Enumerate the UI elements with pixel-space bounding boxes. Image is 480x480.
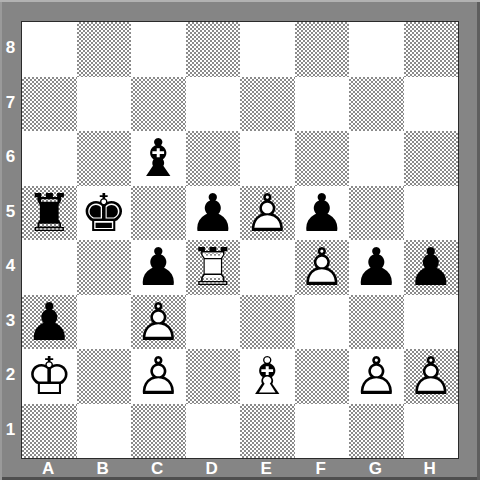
piece-outline: ♙ (404, 349, 459, 404)
square-b5[interactable]: ♚ (77, 186, 132, 241)
piece-black-rook[interactable]: ♜ (22, 186, 77, 241)
square-g3[interactable] (349, 295, 404, 350)
file-label-e: E (239, 458, 294, 479)
piece-outline: ♙ (131, 295, 186, 350)
piece-white-pawn[interactable]: ♟♙ (131, 349, 186, 404)
file-label-h: H (403, 458, 458, 479)
piece-white-pawn[interactable]: ♟♙ (131, 295, 186, 350)
square-g5[interactable] (349, 186, 404, 241)
square-a7[interactable] (22, 77, 77, 132)
square-e1[interactable] (240, 404, 295, 459)
file-label-g: G (348, 458, 403, 479)
square-c7[interactable] (131, 77, 186, 132)
square-h1[interactable] (404, 404, 459, 459)
square-d5[interactable]: ♟ (186, 186, 241, 241)
rank-label-2: 2 (0, 348, 21, 403)
piece-black-pawn[interactable]: ♟ (131, 240, 186, 295)
square-d7[interactable] (186, 77, 241, 132)
piece-white-rook[interactable]: ♜♖ (186, 240, 241, 295)
piece-glyph: ♝ (131, 131, 186, 186)
square-d6[interactable] (186, 131, 241, 186)
square-h5[interactable] (404, 186, 459, 241)
square-e2[interactable]: ♝♗ (240, 349, 295, 404)
square-a8[interactable] (22, 22, 77, 77)
piece-outline: ♙ (131, 349, 186, 404)
piece-black-bishop[interactable]: ♝ (131, 131, 186, 186)
square-c2[interactable]: ♟♙ (131, 349, 186, 404)
piece-glyph: ♟ (295, 186, 350, 241)
piece-glyph: ♚ (77, 186, 132, 241)
piece-white-pawn[interactable]: ♟♙ (295, 240, 350, 295)
file-label-c: C (130, 458, 185, 479)
square-d4[interactable]: ♜♖ (186, 240, 241, 295)
square-a2[interactable]: ♚♔ (22, 349, 77, 404)
piece-outline: ♙ (295, 240, 350, 295)
square-g7[interactable] (349, 77, 404, 132)
square-h2[interactable]: ♟♙ (404, 349, 459, 404)
piece-glyph: ♟ (349, 240, 404, 295)
square-b2[interactable] (77, 349, 132, 404)
piece-glyph: ♟ (22, 295, 77, 350)
square-b8[interactable] (77, 22, 132, 77)
square-a6[interactable] (22, 131, 77, 186)
piece-white-bishop[interactable]: ♝♗ (240, 349, 295, 404)
square-f2[interactable] (295, 349, 350, 404)
piece-white-pawn[interactable]: ♟♙ (240, 186, 295, 241)
board-frame: ♝♜♚♟♟♙♟♟♜♖♟♙♟♟♟♟♙♚♔♟♙♝♗♟♙♟♙ 87654321 ABC… (0, 0, 480, 480)
piece-white-pawn[interactable]: ♟♙ (349, 349, 404, 404)
piece-glyph: ♟ (131, 240, 186, 295)
piece-black-pawn[interactable]: ♟ (404, 240, 459, 295)
piece-black-pawn[interactable]: ♟ (22, 295, 77, 350)
square-g2[interactable]: ♟♙ (349, 349, 404, 404)
piece-glyph: ♜ (22, 186, 77, 241)
piece-glyph: ♟ (186, 186, 241, 241)
square-c3[interactable]: ♟♙ (131, 295, 186, 350)
piece-outline: ♙ (240, 186, 295, 241)
square-d1[interactable] (186, 404, 241, 459)
square-c1[interactable] (131, 404, 186, 459)
piece-glyph: ♟ (404, 240, 459, 295)
square-d2[interactable] (186, 349, 241, 404)
piece-black-pawn[interactable]: ♟ (349, 240, 404, 295)
square-f5[interactable]: ♟ (295, 186, 350, 241)
file-label-b: B (76, 458, 131, 479)
square-e7[interactable] (240, 77, 295, 132)
square-c6[interactable]: ♝ (131, 131, 186, 186)
piece-black-king[interactable]: ♚ (77, 186, 132, 241)
square-g6[interactable] (349, 131, 404, 186)
square-g1[interactable] (349, 404, 404, 459)
square-c4[interactable]: ♟ (131, 240, 186, 295)
piece-black-pawn[interactable]: ♟ (186, 186, 241, 241)
file-label-a: A (21, 458, 76, 479)
square-g4[interactable]: ♟ (349, 240, 404, 295)
rank-label-6: 6 (0, 130, 21, 185)
square-f4[interactable]: ♟♙ (295, 240, 350, 295)
square-d3[interactable] (186, 295, 241, 350)
square-b7[interactable] (77, 77, 132, 132)
square-b6[interactable] (77, 131, 132, 186)
square-f7[interactable] (295, 77, 350, 132)
square-f3[interactable] (295, 295, 350, 350)
piece-outline: ♖ (186, 240, 241, 295)
square-e5[interactable]: ♟♙ (240, 186, 295, 241)
file-label-f: F (294, 458, 349, 479)
square-a5[interactable]: ♜ (22, 186, 77, 241)
square-b4[interactable] (77, 240, 132, 295)
piece-black-pawn[interactable]: ♟ (295, 186, 350, 241)
piece-outline: ♗ (240, 349, 295, 404)
board: ♝♜♚♟♟♙♟♟♜♖♟♙♟♟♟♟♙♚♔♟♙♝♗♟♙♟♙ (21, 21, 459, 459)
rank-label-5: 5 (0, 185, 21, 240)
piece-outline: ♔ (22, 349, 77, 404)
rank-label-1: 1 (0, 403, 21, 458)
square-e4[interactable] (240, 240, 295, 295)
square-c5[interactable] (131, 186, 186, 241)
square-a1[interactable] (22, 404, 77, 459)
square-h3[interactable] (404, 295, 459, 350)
square-f8[interactable] (295, 22, 350, 77)
square-a4[interactable] (22, 240, 77, 295)
square-f1[interactable] (295, 404, 350, 459)
square-b3[interactable] (77, 295, 132, 350)
square-e3[interactable] (240, 295, 295, 350)
rank-label-7: 7 (0, 76, 21, 131)
piece-white-king[interactable]: ♚♔ (22, 349, 77, 404)
square-c8[interactable] (131, 22, 186, 77)
rank-label-4: 4 (0, 239, 21, 294)
square-d8[interactable] (186, 22, 241, 77)
square-e6[interactable] (240, 131, 295, 186)
square-b1[interactable] (77, 404, 132, 459)
square-g8[interactable] (349, 22, 404, 77)
square-e8[interactable] (240, 22, 295, 77)
file-label-d: D (185, 458, 240, 479)
rank-label-8: 8 (0, 21, 21, 76)
piece-outline: ♙ (349, 349, 404, 404)
square-h8[interactable] (404, 22, 459, 77)
rank-label-3: 3 (0, 294, 21, 349)
square-h4[interactable]: ♟ (404, 240, 459, 295)
square-h6[interactable] (404, 131, 459, 186)
piece-white-pawn[interactable]: ♟♙ (404, 349, 459, 404)
square-h7[interactable] (404, 77, 459, 132)
square-a3[interactable]: ♟ (22, 295, 77, 350)
square-f6[interactable] (295, 131, 350, 186)
